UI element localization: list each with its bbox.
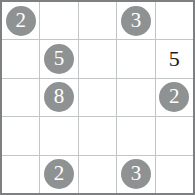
cell-r5c4[interactable]: 3	[117, 156, 154, 193]
cell-r3c4[interactable]	[117, 79, 154, 116]
cell-r1c4[interactable]: 3	[117, 2, 154, 39]
cell-r2c5[interactable]: 5	[156, 40, 193, 77]
cell-r1c5[interactable]	[156, 2, 193, 39]
cell-r4c2[interactable]	[40, 117, 77, 154]
cell-r4c5[interactable]	[156, 117, 193, 154]
cell-r2c1[interactable]	[2, 40, 39, 77]
cell-r4c1[interactable]	[2, 117, 39, 154]
clue-circle: 3	[121, 159, 151, 189]
cell-r1c3[interactable]	[79, 2, 116, 39]
cell-r5c2[interactable]: 2	[40, 156, 77, 193]
cell-r2c3[interactable]	[79, 40, 116, 77]
cell-r2c4[interactable]	[117, 40, 154, 77]
cell-r4c3[interactable]	[79, 117, 116, 154]
puzzle-board: 23558223	[0, 0, 195, 195]
cell-r5c3[interactable]	[79, 156, 116, 193]
cell-r5c5[interactable]	[156, 156, 193, 193]
cell-r3c1[interactable]	[2, 79, 39, 116]
clue-circle: 8	[44, 82, 74, 112]
cell-r2c2[interactable]: 5	[40, 40, 77, 77]
cell-r4c4[interactable]	[117, 117, 154, 154]
cell-r5c1[interactable]	[2, 156, 39, 193]
cell-r3c3[interactable]	[79, 79, 116, 116]
clue-circle: 2	[159, 82, 189, 112]
clue-circle: 2	[6, 6, 36, 36]
cell-r1c2[interactable]	[40, 2, 77, 39]
cell-r1c1[interactable]: 2	[2, 2, 39, 39]
cell-r3c2[interactable]: 8	[40, 79, 77, 116]
cell-r3c5[interactable]: 2	[156, 79, 193, 116]
clue-number: 5	[169, 48, 180, 70]
clue-circle: 2	[44, 159, 74, 189]
clue-circle: 5	[44, 44, 74, 74]
clue-circle: 3	[121, 6, 151, 36]
